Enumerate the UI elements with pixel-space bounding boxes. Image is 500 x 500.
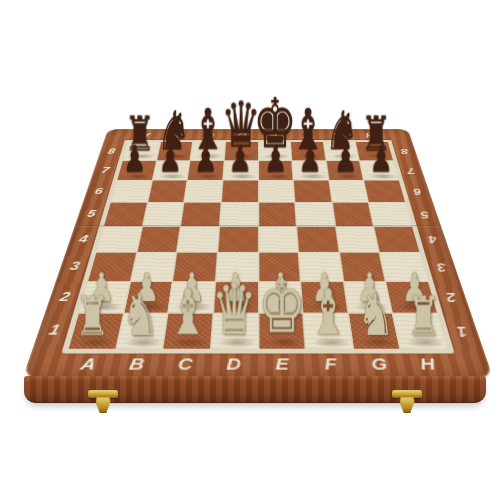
rank-label-right-6: 6 [402, 181, 433, 203]
black-pawn[interactable]: ♟ [229, 141, 253, 178]
square-e4[interactable] [259, 227, 298, 252]
white-bishop[interactable]: ♝ [167, 281, 207, 344]
square-d4[interactable] [218, 227, 257, 252]
square-a7[interactable]: ♟ [117, 161, 155, 180]
rank-label-right-8: 8 [391, 142, 419, 160]
square-g4[interactable] [336, 227, 379, 252]
square-d7[interactable]: ♟ [223, 161, 257, 180]
black-pawn[interactable]: ♟ [158, 141, 182, 178]
brass-clasp-right-icon [390, 390, 424, 420]
square-h7[interactable]: ♟ [360, 161, 398, 180]
fold-seam [77, 225, 439, 227]
square-c6[interactable] [185, 181, 222, 202]
box-front-face [24, 376, 486, 403]
square-g1[interactable]: ♞ [349, 314, 400, 349]
square-d5[interactable] [220, 203, 257, 226]
black-pawn[interactable]: ♟ [123, 141, 147, 178]
white-knight[interactable]: ♞ [357, 286, 395, 344]
black-pawn[interactable]: ♟ [369, 141, 393, 178]
square-b5[interactable] [143, 203, 184, 226]
square-d6[interactable] [222, 181, 258, 202]
square-g7[interactable]: ♟ [326, 161, 363, 180]
white-knight[interactable]: ♞ [121, 286, 159, 344]
brass-clasp-left-icon [86, 390, 120, 420]
square-g5[interactable] [332, 203, 373, 226]
black-pawn[interactable]: ♟ [194, 141, 218, 178]
black-pawn[interactable]: ♟ [299, 141, 323, 178]
white-rook[interactable]: ♜ [76, 290, 111, 344]
square-a4[interactable] [97, 227, 142, 252]
square-b7[interactable]: ♟ [153, 161, 190, 180]
square-g6[interactable] [329, 181, 368, 202]
white-queen[interactable]: ♛ [212, 274, 257, 344]
square-c1[interactable]: ♝ [164, 314, 213, 349]
square-f1[interactable]: ♝ [304, 314, 353, 349]
square-f7[interactable]: ♟ [292, 161, 328, 180]
square-e1[interactable]: ♚ [259, 314, 305, 349]
clasp-bar [392, 390, 422, 398]
white-king[interactable]: ♚ [258, 269, 306, 344]
square-a1[interactable]: ♜ [69, 314, 123, 349]
square-h5[interactable] [369, 203, 411, 226]
black-pawn[interactable]: ♟ [334, 141, 358, 178]
clasp-drop [400, 397, 415, 413]
square-f5[interactable] [296, 203, 335, 226]
chess-set-photo: ♜♞♝♛♚♝♞♜♟♟♟♟♟♟♟♟♟♟♟♟♟♟♟♟♜♞♝♛♚♝♞♜ ABCDEFG… [0, 0, 500, 500]
black-pawn[interactable]: ♟ [264, 141, 288, 178]
chess-board: ♜♞♝♛♚♝♞♜♟♟♟♟♟♟♟♟♟♟♟♟♟♟♟♟♜♞♝♛♚♝♞♜ ABCDEFG… [22, 129, 493, 379]
square-h6[interactable] [365, 181, 405, 202]
square-e5[interactable] [259, 203, 296, 226]
square-c5[interactable] [181, 203, 220, 226]
square-a6[interactable] [111, 181, 151, 202]
white-bishop[interactable]: ♝ [309, 281, 349, 344]
square-b1[interactable]: ♞ [116, 314, 167, 349]
square-b4[interactable] [137, 227, 180, 252]
white-rook[interactable]: ♜ [406, 290, 441, 344]
square-e7[interactable]: ♟ [259, 161, 293, 180]
square-b6[interactable] [148, 181, 187, 202]
rank-label-right-7: 7 [396, 161, 425, 181]
square-a5[interactable] [104, 203, 146, 226]
square-e6[interactable] [259, 181, 295, 202]
board-grid: ♜♞♝♛♚♝♞♜♟♟♟♟♟♟♟♟♟♟♟♟♟♟♟♟♜♞♝♛♚♝♞♜ [69, 142, 448, 349]
square-c7[interactable]: ♟ [188, 161, 224, 180]
square-h4[interactable] [375, 227, 420, 252]
square-d1[interactable]: ♛ [211, 314, 257, 349]
square-h1[interactable]: ♜ [394, 314, 448, 349]
clasp-bar [88, 390, 118, 398]
square-c4[interactable] [178, 227, 219, 252]
square-f4[interactable] [297, 227, 338, 252]
clasp-drop [96, 397, 111, 413]
square-f6[interactable] [294, 181, 331, 202]
